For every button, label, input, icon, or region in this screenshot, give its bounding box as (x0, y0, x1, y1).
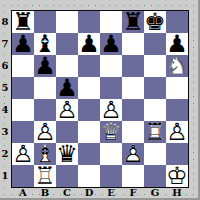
file-label-a: A (12, 187, 34, 199)
square-b6[interactable]: ♟ (34, 55, 56, 77)
square-f5[interactable] (122, 77, 144, 99)
square-a6[interactable] (12, 55, 34, 77)
piece-white-king[interactable]: ♚♔ (166, 165, 188, 187)
piece-white-bishop[interactable]: ♝♗ (34, 143, 56, 165)
square-a5[interactable] (12, 77, 34, 99)
square-d7[interactable]: ♟ (78, 33, 100, 55)
square-c7[interactable] (56, 33, 78, 55)
square-a1[interactable] (12, 165, 34, 187)
piece-black-pawn[interactable]: ♟ (100, 33, 122, 55)
rank-label-4: 4 (0, 99, 10, 121)
square-d4[interactable] (78, 99, 100, 121)
square-c4[interactable]: ♟♙ (56, 99, 78, 121)
square-b1[interactable]: ♜♖ (34, 165, 56, 187)
square-e5[interactable] (100, 77, 122, 99)
black-piece-fill: ♟ (12, 33, 34, 55)
white-piece-outline: ♘ (166, 55, 188, 77)
white-piece-fill: ♝ (34, 143, 56, 165)
rank-label-5: 5 (0, 77, 10, 99)
file-label-e: E (100, 187, 122, 199)
square-h8[interactable] (166, 11, 188, 33)
black-piece-fill: ♛ (56, 143, 78, 165)
white-piece-outline: ♔ (166, 165, 188, 187)
square-h1[interactable]: ♚♔ (166, 165, 188, 187)
white-piece-outline: ♖ (144, 121, 166, 143)
piece-black-pawn[interactable]: ♟ (56, 77, 78, 99)
square-f8[interactable]: ♜ (122, 11, 144, 33)
black-piece-fill: ♟ (100, 33, 122, 55)
rank-label-2: 2 (0, 143, 10, 165)
piece-white-pawn[interactable]: ♟♙ (12, 143, 34, 165)
square-b3[interactable]: ♟♙ (34, 121, 56, 143)
square-g2[interactable] (144, 143, 166, 165)
white-piece-fill: ♟ (34, 121, 56, 143)
file-label-c: C (56, 187, 78, 199)
square-h4[interactable] (166, 99, 188, 121)
white-piece-fill: ♟ (12, 143, 34, 165)
piece-white-knight[interactable]: ♞♘ (166, 55, 188, 77)
white-piece-outline: ♙ (56, 99, 78, 121)
piece-black-pawn[interactable]: ♟ (12, 33, 34, 55)
square-f7[interactable] (122, 33, 144, 55)
file-label-b: B (34, 187, 56, 199)
square-c2[interactable]: ♛ (56, 143, 78, 165)
black-piece-fill: ♜ (122, 11, 144, 33)
white-piece-outline: ♙ (122, 143, 144, 165)
white-piece-fill: ♚ (166, 165, 188, 187)
square-g8[interactable]: ♚ (144, 11, 166, 33)
square-a7[interactable]: ♟ (12, 33, 34, 55)
black-piece-fill: ♟ (78, 33, 100, 55)
file-label-f: F (122, 187, 144, 199)
square-f6[interactable] (122, 55, 144, 77)
square-b7[interactable]: ♝ (34, 33, 56, 55)
white-piece-outline: ♕ (100, 121, 122, 143)
square-e4[interactable]: ♟♙ (100, 99, 122, 121)
file-label-d: D (78, 187, 100, 199)
chess-app-window: ♜♜♚♟♝♟♟♟♟♞♘♟♟♙♟♙♟♙♛♕♜♖♟♙♟♙♝♗♛♟♙♜♖♚♔ 8765… (0, 0, 200, 200)
white-piece-outline: ♖ (34, 165, 56, 187)
piece-white-rook[interactable]: ♜♖ (144, 121, 166, 143)
square-a4[interactable] (12, 99, 34, 121)
square-g7[interactable] (144, 33, 166, 55)
black-piece-fill: ♟ (34, 55, 56, 77)
piece-white-pawn[interactable]: ♟♙ (166, 121, 188, 143)
chess-board[interactable]: ♜♜♚♟♝♟♟♟♟♞♘♟♟♙♟♙♟♙♛♕♜♖♟♙♟♙♝♗♛♟♙♜♖♚♔ (11, 10, 189, 188)
square-b4[interactable] (34, 99, 56, 121)
square-d6[interactable] (78, 55, 100, 77)
rank-label-6: 6 (0, 55, 10, 77)
white-piece-fill: ♞ (166, 55, 188, 77)
black-piece-fill: ♟ (56, 77, 78, 99)
piece-white-rook[interactable]: ♜♖ (34, 165, 56, 187)
square-g5[interactable] (144, 77, 166, 99)
piece-white-pawn[interactable]: ♟♙ (56, 99, 78, 121)
square-d1[interactable] (78, 165, 100, 187)
square-d3[interactable] (78, 121, 100, 143)
square-f1[interactable] (122, 165, 144, 187)
white-piece-fill: ♜ (34, 165, 56, 187)
black-piece-fill: ♟ (166, 33, 188, 55)
file-label-h: H (166, 187, 188, 199)
square-d8[interactable] (78, 11, 100, 33)
file-label-g: G (144, 187, 166, 199)
piece-black-rook[interactable]: ♜ (122, 11, 144, 33)
piece-white-queen[interactable]: ♛♕ (100, 121, 122, 143)
square-d2[interactable] (78, 143, 100, 165)
white-piece-outline: ♗ (34, 143, 56, 165)
black-piece-fill: ♜ (12, 11, 34, 33)
rank-label-8: 8 (0, 11, 10, 33)
piece-white-pawn[interactable]: ♟♙ (100, 99, 122, 121)
white-piece-outline: ♙ (12, 143, 34, 165)
square-h5[interactable] (166, 77, 188, 99)
piece-white-pawn[interactable]: ♟♙ (34, 121, 56, 143)
square-g3[interactable]: ♜♖ (144, 121, 166, 143)
piece-black-king[interactable]: ♚ (144, 11, 166, 33)
square-e7[interactable]: ♟ (100, 33, 122, 55)
piece-black-pawn[interactable]: ♟ (166, 33, 188, 55)
white-piece-fill: ♟ (166, 121, 188, 143)
square-e8[interactable] (100, 11, 122, 33)
square-g6[interactable] (144, 55, 166, 77)
square-e2[interactable] (100, 143, 122, 165)
rank-label-3: 3 (0, 121, 10, 143)
square-a3[interactable] (12, 121, 34, 143)
square-h6[interactable]: ♞♘ (166, 55, 188, 77)
square-c6[interactable] (56, 55, 78, 77)
square-f4[interactable] (122, 99, 144, 121)
piece-black-bishop[interactable]: ♝ (34, 33, 56, 55)
black-piece-fill: ♚ (144, 11, 166, 33)
square-g4[interactable] (144, 99, 166, 121)
square-a2[interactable]: ♟♙ (12, 143, 34, 165)
square-f2[interactable]: ♟♙ (122, 143, 144, 165)
white-piece-fill: ♜ (144, 121, 166, 143)
white-piece-outline: ♙ (100, 99, 122, 121)
white-piece-fill: ♟ (56, 99, 78, 121)
piece-white-pawn[interactable]: ♟♙ (122, 143, 144, 165)
square-b8[interactable] (34, 11, 56, 33)
square-e1[interactable] (100, 165, 122, 187)
white-piece-fill: ♛ (100, 121, 122, 143)
square-c1[interactable] (56, 165, 78, 187)
square-h3[interactable]: ♟♙ (166, 121, 188, 143)
square-e6[interactable] (100, 55, 122, 77)
white-piece-outline: ♙ (166, 121, 188, 143)
square-f3[interactable] (122, 121, 144, 143)
piece-black-pawn[interactable]: ♟ (34, 55, 56, 77)
white-piece-fill: ♟ (122, 143, 144, 165)
piece-black-rook[interactable]: ♜ (12, 11, 34, 33)
square-c3[interactable] (56, 121, 78, 143)
square-d5[interactable] (78, 77, 100, 99)
rank-label-7: 7 (0, 33, 10, 55)
square-b5[interactable] (34, 77, 56, 99)
piece-black-queen[interactable]: ♛ (56, 143, 78, 165)
square-a8[interactable]: ♜ (12, 11, 34, 33)
square-e3[interactable]: ♛♕ (100, 121, 122, 143)
white-piece-fill: ♟ (100, 99, 122, 121)
square-c5[interactable]: ♟ (56, 77, 78, 99)
white-piece-outline: ♙ (34, 121, 56, 143)
square-h7[interactable]: ♟ (166, 33, 188, 55)
piece-black-pawn[interactable]: ♟ (78, 33, 100, 55)
square-c8[interactable] (56, 11, 78, 33)
square-g1[interactable] (144, 165, 166, 187)
rank-label-1: 1 (0, 165, 10, 187)
square-b2[interactable]: ♝♗ (34, 143, 56, 165)
black-piece-fill: ♝ (34, 33, 56, 55)
square-h2[interactable] (166, 143, 188, 165)
